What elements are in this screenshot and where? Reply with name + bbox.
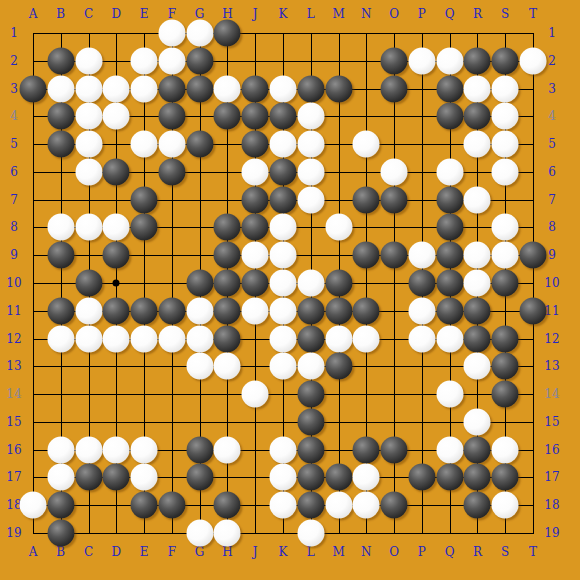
stone-black-N9[interactable] (353, 242, 380, 269)
column-label-top: T (529, 8, 537, 20)
stone-white-C11[interactable] (75, 297, 102, 324)
stone-black-M11[interactable] (325, 297, 352, 324)
stone-white-K12[interactable] (270, 325, 297, 352)
stone-white-B8[interactable] (47, 214, 74, 241)
stone-white-P2[interactable] (408, 47, 435, 74)
column-label-top: P (418, 8, 426, 20)
row-label-left: 19 (6, 527, 21, 539)
stone-white-G12[interactable] (186, 325, 213, 352)
stone-black-G5[interactable] (186, 131, 213, 158)
stone-black-Q17[interactable] (436, 464, 463, 491)
stone-white-C2[interactable] (75, 47, 102, 74)
stone-black-H8[interactable] (214, 214, 241, 241)
stone-black-G10[interactable] (186, 270, 213, 297)
stone-white-Q16[interactable] (436, 436, 463, 463)
grid-hline (33, 533, 534, 534)
stone-black-O16[interactable] (381, 436, 408, 463)
stone-black-O3[interactable] (381, 75, 408, 102)
row-label-right: 7 (548, 194, 556, 206)
row-label-left: 2 (10, 55, 18, 67)
row-label-right: 8 (548, 221, 556, 233)
column-label-bottom: M (332, 546, 344, 558)
stone-black-Q11[interactable] (436, 297, 463, 324)
stone-white-K9[interactable] (270, 242, 297, 269)
column-label-top: A (29, 8, 38, 20)
row-label-right: 18 (544, 499, 559, 511)
row-label-left: 12 (6, 333, 21, 345)
column-label-bottom: F (168, 546, 176, 558)
stone-black-B18[interactable] (47, 492, 74, 519)
column-label-top: E (140, 8, 149, 20)
stone-white-S3[interactable] (492, 75, 519, 102)
column-label-bottom: S (501, 546, 509, 558)
stone-black-R16[interactable] (464, 436, 491, 463)
stone-black-L15[interactable] (297, 408, 324, 435)
stone-white-L13[interactable] (297, 353, 324, 380)
stone-white-F12[interactable] (158, 325, 185, 352)
row-label-left: 1 (10, 27, 18, 39)
row-label-right: 14 (544, 388, 559, 400)
stone-black-H9[interactable] (214, 242, 241, 269)
stone-black-S13[interactable] (492, 353, 519, 380)
stone-black-B4[interactable] (47, 103, 74, 130)
stone-black-L3[interactable] (297, 75, 324, 102)
row-label-right: 5 (548, 138, 556, 150)
stone-black-F6[interactable] (158, 158, 185, 185)
star-point-D10 (113, 280, 120, 287)
stone-black-E7[interactable] (131, 186, 158, 213)
stone-white-C5[interactable] (75, 131, 102, 158)
stone-white-R7[interactable] (464, 186, 491, 213)
stone-white-S9[interactable] (492, 242, 519, 269)
stone-white-L7[interactable] (297, 186, 324, 213)
stone-black-P17[interactable] (408, 464, 435, 491)
column-label-top: S (501, 8, 509, 20)
stone-black-H12[interactable] (214, 325, 241, 352)
column-label-bottom: E (140, 546, 149, 558)
stone-white-B3[interactable] (47, 75, 74, 102)
column-label-top: C (84, 8, 93, 20)
column-label-bottom: K (279, 546, 288, 558)
stone-black-D6[interactable] (103, 158, 130, 185)
go-board[interactable]: AABBCCDDEEFFGGHHJJKKLLMMNNOOPPQQRRSSTT11… (0, 0, 580, 580)
column-label-bottom: H (222, 546, 232, 558)
stone-white-B17[interactable] (47, 464, 74, 491)
stone-white-C6[interactable] (75, 158, 102, 185)
stone-black-G16[interactable] (186, 436, 213, 463)
row-label-right: 12 (544, 333, 559, 345)
row-label-right: 3 (548, 83, 556, 95)
column-label-bottom: L (307, 546, 315, 558)
grid-hline (33, 422, 534, 423)
stone-white-E12[interactable] (131, 325, 158, 352)
stone-black-R11[interactable] (464, 297, 491, 324)
stone-white-R15[interactable] (464, 408, 491, 435)
stone-black-F11[interactable] (158, 297, 185, 324)
column-label-top: R (473, 8, 482, 20)
stone-black-L16[interactable] (297, 436, 324, 463)
stone-white-Q2[interactable] (436, 47, 463, 74)
stone-white-J14[interactable] (242, 381, 269, 408)
column-label-top: Q (445, 8, 455, 20)
row-label-right: 15 (544, 416, 559, 428)
stone-black-K6[interactable] (270, 158, 297, 185)
row-label-left: 5 (10, 138, 18, 150)
column-label-top: J (253, 8, 258, 20)
stone-white-J6[interactable] (242, 158, 269, 185)
stone-black-R12[interactable] (464, 325, 491, 352)
stone-white-K13[interactable] (270, 353, 297, 380)
column-label-bottom: D (112, 546, 122, 558)
stone-white-R5[interactable] (464, 131, 491, 158)
stone-black-D9[interactable] (103, 242, 130, 269)
stone-black-J4[interactable] (242, 103, 269, 130)
stone-black-O2[interactable] (381, 47, 408, 74)
stone-black-B11[interactable] (47, 297, 74, 324)
stone-black-Q10[interactable] (436, 270, 463, 297)
row-label-left: 17 (6, 471, 21, 483)
stone-black-M3[interactable] (325, 75, 352, 102)
stone-white-K18[interactable] (270, 492, 297, 519)
column-label-top: D (112, 8, 122, 20)
stone-white-M18[interactable] (325, 492, 352, 519)
stone-black-L11[interactable] (297, 297, 324, 324)
column-label-bottom: J (253, 546, 258, 558)
stone-black-S2[interactable] (492, 47, 519, 74)
row-label-right: 2 (548, 55, 556, 67)
stone-black-L12[interactable] (297, 325, 324, 352)
stone-black-K4[interactable] (270, 103, 297, 130)
stone-white-E16[interactable] (131, 436, 158, 463)
stone-black-B9[interactable] (47, 242, 74, 269)
stone-black-O7[interactable] (381, 186, 408, 213)
stone-white-G11[interactable] (186, 297, 213, 324)
stone-white-L10[interactable] (297, 270, 324, 297)
stone-white-H19[interactable] (214, 520, 241, 547)
column-label-top: L (307, 8, 315, 20)
row-label-right: 19 (544, 527, 559, 539)
stone-black-T11[interactable] (520, 297, 547, 324)
row-label-right: 11 (544, 305, 559, 317)
stone-white-G19[interactable] (186, 520, 213, 547)
stone-white-C4[interactable] (75, 103, 102, 130)
stone-black-T9[interactable] (520, 242, 547, 269)
stone-white-P12[interactable] (408, 325, 435, 352)
stone-white-C16[interactable] (75, 436, 102, 463)
stone-black-M10[interactable] (325, 270, 352, 297)
stone-black-S17[interactable] (492, 464, 519, 491)
stone-white-G13[interactable] (186, 353, 213, 380)
grid-vline (533, 33, 534, 534)
row-label-right: 13 (544, 360, 559, 372)
stone-white-H16[interactable] (214, 436, 241, 463)
stone-white-N17[interactable] (353, 464, 380, 491)
column-label-top: B (56, 8, 65, 20)
column-label-top: N (361, 8, 372, 20)
stone-black-F3[interactable] (158, 75, 185, 102)
stone-black-L14[interactable] (297, 381, 324, 408)
stone-black-K7[interactable] (270, 186, 297, 213)
stone-black-Q8[interactable] (436, 214, 463, 241)
stone-black-S10[interactable] (492, 270, 519, 297)
row-label-right: 6 (548, 166, 556, 178)
stone-white-K8[interactable] (270, 214, 297, 241)
column-label-top: G (195, 8, 205, 20)
stone-white-S8[interactable] (492, 214, 519, 241)
stone-white-P9[interactable] (408, 242, 435, 269)
stone-white-R10[interactable] (464, 270, 491, 297)
row-label-left: 16 (6, 444, 21, 456)
stone-black-C17[interactable] (75, 464, 102, 491)
row-label-left: 4 (10, 110, 18, 122)
stone-white-L19[interactable] (297, 520, 324, 547)
stone-black-H4[interactable] (214, 103, 241, 130)
stone-white-L4[interactable] (297, 103, 324, 130)
stone-black-J7[interactable] (242, 186, 269, 213)
stone-black-R17[interactable] (464, 464, 491, 491)
stone-black-R2[interactable] (464, 47, 491, 74)
stone-white-N5[interactable] (353, 131, 380, 158)
stone-white-D12[interactable] (103, 325, 130, 352)
column-label-bottom: T (529, 546, 537, 558)
column-label-bottom: R (473, 546, 482, 558)
row-label-left: 6 (10, 166, 18, 178)
stone-black-N11[interactable] (353, 297, 380, 324)
stone-black-E8[interactable] (131, 214, 158, 241)
stone-black-R4[interactable] (464, 103, 491, 130)
stone-white-K17[interactable] (270, 464, 297, 491)
stone-black-H10[interactable] (214, 270, 241, 297)
stone-white-K3[interactable] (270, 75, 297, 102)
stone-black-B5[interactable] (47, 131, 74, 158)
stone-black-P10[interactable] (408, 270, 435, 297)
row-label-left: 8 (10, 221, 18, 233)
row-label-right: 17 (544, 471, 559, 483)
stone-black-E18[interactable] (131, 492, 158, 519)
stone-black-D17[interactable] (103, 464, 130, 491)
stone-white-H3[interactable] (214, 75, 241, 102)
stone-black-D11[interactable] (103, 297, 130, 324)
stone-white-H13[interactable] (214, 353, 241, 380)
column-label-bottom: Q (445, 546, 455, 558)
stone-white-D16[interactable] (103, 436, 130, 463)
column-label-top: H (222, 8, 232, 20)
stone-white-F1[interactable] (158, 20, 185, 47)
stone-black-B19[interactable] (47, 520, 74, 547)
stone-black-N16[interactable] (353, 436, 380, 463)
column-label-bottom: B (56, 546, 65, 558)
row-label-left: 10 (6, 277, 21, 289)
row-label-left: 7 (10, 194, 18, 206)
stone-white-Q6[interactable] (436, 158, 463, 185)
row-label-left: 9 (10, 249, 18, 261)
stone-white-M8[interactable] (325, 214, 352, 241)
column-label-bottom: O (389, 546, 399, 558)
stone-black-N7[interactable] (353, 186, 380, 213)
column-label-bottom: C (84, 546, 93, 558)
stone-black-M13[interactable] (325, 353, 352, 380)
stone-black-H11[interactable] (214, 297, 241, 324)
row-label-left: 14 (6, 388, 21, 400)
stone-white-Q14[interactable] (436, 381, 463, 408)
stone-black-H18[interactable] (214, 492, 241, 519)
stone-white-D3[interactable] (103, 75, 130, 102)
stone-white-K5[interactable] (270, 131, 297, 158)
stone-white-E17[interactable] (131, 464, 158, 491)
stone-black-M17[interactable] (325, 464, 352, 491)
stone-white-L6[interactable] (297, 158, 324, 185)
stone-black-G17[interactable] (186, 464, 213, 491)
stone-black-S14[interactable] (492, 381, 519, 408)
row-label-left: 13 (6, 360, 21, 372)
stone-white-R13[interactable] (464, 353, 491, 380)
stone-white-S5[interactable] (492, 131, 519, 158)
stone-black-J8[interactable] (242, 214, 269, 241)
stone-black-L18[interactable] (297, 492, 324, 519)
stone-white-R9[interactable] (464, 242, 491, 269)
stone-white-J9[interactable] (242, 242, 269, 269)
row-label-right: 9 (548, 249, 556, 261)
stone-black-E11[interactable] (131, 297, 158, 324)
row-label-left: 15 (6, 416, 21, 428)
column-label-bottom: N (361, 546, 372, 558)
stone-white-C8[interactable] (75, 214, 102, 241)
stone-black-Q7[interactable] (436, 186, 463, 213)
stone-white-E2[interactable] (131, 47, 158, 74)
stone-white-R3[interactable] (464, 75, 491, 102)
stone-white-S6[interactable] (492, 158, 519, 185)
row-label-right: 1 (548, 27, 556, 39)
stone-white-N18[interactable] (353, 492, 380, 519)
stone-white-A18[interactable] (20, 492, 47, 519)
stone-white-O6[interactable] (381, 158, 408, 185)
stone-black-H1[interactable] (214, 20, 241, 47)
stone-white-K10[interactable] (270, 270, 297, 297)
row-label-left: 3 (10, 83, 18, 95)
stone-black-S12[interactable] (492, 325, 519, 352)
stone-black-J3[interactable] (242, 75, 269, 102)
row-label-right: 16 (544, 444, 559, 456)
stone-black-O18[interactable] (381, 492, 408, 519)
stone-white-M12[interactable] (325, 325, 352, 352)
stone-white-T2[interactable] (520, 47, 547, 74)
stone-black-A3[interactable] (20, 75, 47, 102)
stone-black-G2[interactable] (186, 47, 213, 74)
column-label-bottom: G (195, 546, 205, 558)
stone-black-Q9[interactable] (436, 242, 463, 269)
stone-black-B2[interactable] (47, 47, 74, 74)
stone-black-L17[interactable] (297, 464, 324, 491)
stone-white-E5[interactable] (131, 131, 158, 158)
stone-white-G1[interactable] (186, 20, 213, 47)
stone-black-Q3[interactable] (436, 75, 463, 102)
stone-white-Q12[interactable] (436, 325, 463, 352)
stone-white-F5[interactable] (158, 131, 185, 158)
stone-white-L5[interactable] (297, 131, 324, 158)
stone-white-S16[interactable] (492, 436, 519, 463)
stone-white-P11[interactable] (408, 297, 435, 324)
stone-white-D8[interactable] (103, 214, 130, 241)
stone-white-E3[interactable] (131, 75, 158, 102)
row-label-right: 10 (544, 277, 559, 289)
stone-white-F2[interactable] (158, 47, 185, 74)
stone-black-C10[interactable] (75, 270, 102, 297)
stone-white-K16[interactable] (270, 436, 297, 463)
stone-white-B16[interactable] (47, 436, 74, 463)
stone-black-F18[interactable] (158, 492, 185, 519)
row-label-right: 4 (548, 110, 556, 122)
stone-white-B12[interactable] (47, 325, 74, 352)
stone-black-J10[interactable] (242, 270, 269, 297)
stone-white-S4[interactable] (492, 103, 519, 130)
stone-black-R18[interactable] (464, 492, 491, 519)
stone-black-J5[interactable] (242, 131, 269, 158)
column-label-bottom: P (418, 546, 426, 558)
column-label-top: O (389, 8, 399, 20)
stone-black-F4[interactable] (158, 103, 185, 130)
column-label-top: M (332, 8, 344, 20)
column-label-top: F (168, 8, 176, 20)
column-label-bottom: A (29, 546, 38, 558)
stone-white-C12[interactable] (75, 325, 102, 352)
row-label-left: 11 (6, 305, 21, 317)
column-label-top: K (279, 8, 288, 20)
stone-black-G3[interactable] (186, 75, 213, 102)
stone-white-D4[interactable] (103, 103, 130, 130)
stone-white-K11[interactable] (270, 297, 297, 324)
stone-black-Q4[interactable] (436, 103, 463, 130)
stone-white-C3[interactable] (75, 75, 102, 102)
stone-white-J11[interactable] (242, 297, 269, 324)
stone-white-S18[interactable] (492, 492, 519, 519)
stone-black-O9[interactable] (381, 242, 408, 269)
stone-white-N12[interactable] (353, 325, 380, 352)
